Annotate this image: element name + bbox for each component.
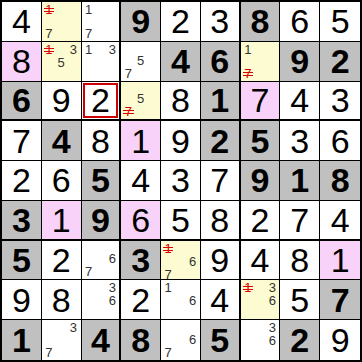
candidate-1-crossed-out: 1 — [43, 3, 55, 16]
candidate-slot-empty — [67, 346, 79, 359]
given-digit: 4 — [91, 323, 110, 357]
solved-digit: 5 — [331, 4, 350, 38]
given-digit: 8 — [131, 323, 150, 357]
cell-r4c3[interactable]: 8 — [82, 121, 122, 161]
solved-digit: 4 — [251, 243, 270, 277]
cell-r4c4[interactable]: 1 — [121, 121, 161, 161]
solved-digit: 3 — [331, 83, 350, 117]
candidate-slot-empty — [254, 67, 266, 80]
candidate-grid: 67 — [162, 321, 199, 359]
solved-digit: 4 — [331, 203, 350, 237]
given-digit: 6 — [210, 44, 229, 78]
candidate-slot-empty — [94, 265, 106, 278]
candidate-slot-empty — [106, 265, 118, 278]
candidate-grid: 17 — [242, 43, 279, 80]
solved-digit: 2 — [171, 4, 190, 38]
cell-r8c8[interactable]: 5 — [280, 280, 320, 320]
candidate-slot-empty — [67, 27, 79, 40]
candidate-slot-empty — [135, 67, 147, 80]
cell-r9c3[interactable]: 4 — [82, 320, 122, 360]
solved-digit: 3 — [171, 163, 190, 197]
candidate-6: 6 — [266, 294, 278, 307]
candidate-6: 6 — [187, 294, 199, 307]
solved-digit: 1 — [331, 243, 350, 277]
cell-r6c2[interactable]: 1 — [42, 201, 82, 241]
cell-r2c7[interactable]: 17 — [241, 42, 281, 82]
candidate-slot-empty — [43, 69, 55, 80]
cell-r1c3[interactable]: 17 — [82, 2, 122, 42]
cell-r6c5[interactable]: 5 — [161, 201, 201, 241]
given-digit: 3 — [12, 203, 31, 237]
solved-digit: 2 — [52, 243, 71, 277]
given-digit: 4 — [171, 44, 190, 78]
solved-digit: 9 — [171, 124, 190, 158]
solved-digit: 6 — [52, 163, 71, 197]
candidate-slot-empty — [187, 307, 199, 318]
candidate-5: 5 — [135, 54, 147, 67]
cell-r9c9[interactable]: 9 — [320, 320, 360, 360]
cell-r4c5[interactable]: 9 — [161, 121, 201, 161]
candidate-slot-empty — [55, 346, 67, 359]
solved-digit: 5 — [290, 283, 309, 317]
candidate-slot-empty — [174, 294, 186, 307]
cell-r6c4[interactable]: 6 — [121, 201, 161, 241]
cell-r5c3[interactable]: 5 — [82, 161, 122, 201]
solved-digit: 1 — [52, 203, 71, 237]
solved-digit: 6 — [331, 124, 350, 158]
cell-r3c9[interactable]: 3 — [320, 82, 360, 122]
candidate-slot-empty — [242, 321, 254, 334]
cell-r2c8[interactable]: 9 — [280, 42, 320, 82]
sudoku-board: 4171792386581351357461792692578174374819… — [0, 0, 362, 362]
cell-r2c9[interactable]: 2 — [320, 42, 360, 82]
candidate-slot-empty — [83, 307, 95, 318]
candidate-grid: 57 — [122, 43, 159, 80]
solved-digit: 4 — [12, 4, 31, 38]
cell-r6c6[interactable]: 8 — [201, 201, 241, 241]
cell-r8c9[interactable]: 7 — [320, 280, 360, 320]
candidate-slot-empty — [266, 307, 278, 318]
cell-r4c8[interactable]: 3 — [280, 121, 320, 161]
candidate-grid: 37 — [43, 321, 80, 359]
candidate-slot-empty — [43, 56, 55, 69]
candidate-6: 6 — [106, 294, 118, 307]
candidate-7: 7 — [43, 346, 55, 359]
candidate-slot-empty — [254, 347, 266, 359]
candidate-slot-empty — [94, 307, 106, 318]
cell-r7c1[interactable]: 5 — [2, 241, 42, 281]
candidate-slot-empty — [147, 67, 159, 80]
candidate-7: 7 — [122, 67, 134, 80]
candidate-7-crossed-out: 7 — [122, 105, 134, 118]
candidate-slot-empty — [106, 307, 118, 318]
candidate-slot-empty — [43, 321, 55, 334]
cell-r6c7[interactable]: 2 — [241, 201, 281, 241]
candidate-7: 7 — [43, 27, 55, 40]
given-digit: 7 — [331, 283, 350, 317]
cell-r8c1[interactable]: 9 — [2, 280, 42, 320]
cell-r3c6[interactable]: 1 — [201, 82, 241, 122]
candidate-slot-empty — [242, 56, 254, 67]
cell-r6c3[interactable]: 9 — [82, 201, 122, 241]
cell-r4c1[interactable]: 7 — [2, 121, 42, 161]
cell-r6c1[interactable]: 3 — [2, 201, 42, 241]
solved-digit: 4 — [131, 163, 150, 197]
candidate-slot-empty — [266, 67, 278, 80]
candidate-slot-empty — [174, 268, 186, 281]
solved-digit: 9 — [52, 83, 71, 117]
given-digit: 5 — [210, 323, 229, 357]
cell-r3c5[interactable]: 8 — [161, 82, 201, 122]
candidate-slot-empty — [55, 16, 67, 27]
given-digit: 2 — [290, 323, 309, 357]
cell-r1c1[interactable]: 4 — [2, 2, 42, 42]
cell-r7c7[interactable]: 4 — [241, 241, 281, 281]
candidate-6: 6 — [187, 333, 199, 346]
cell-r1c7[interactable]: 8 — [241, 2, 281, 42]
candidate-slot-empty — [162, 307, 174, 318]
candidate-slot-empty — [147, 105, 159, 118]
solved-digit: 3 — [210, 4, 229, 38]
given-digit: 8 — [251, 4, 270, 38]
candidate-slot-empty — [55, 321, 67, 334]
given-digit: 1 — [210, 83, 229, 117]
cell-r4c9[interactable]: 6 — [320, 121, 360, 161]
candidate-slot-empty — [147, 54, 159, 67]
cell-r3c8[interactable]: 4 — [280, 82, 320, 122]
cell-r3c2[interactable]: 9 — [42, 82, 82, 122]
candidate-slot-empty — [94, 242, 106, 253]
given-digit: 3 — [131, 243, 150, 277]
candidate-1-crossed-out: 1 — [242, 281, 254, 294]
solved-digit: 4 — [290, 83, 309, 117]
candidate-slot-empty — [174, 242, 186, 255]
candidate-slot-empty — [67, 3, 79, 16]
cell-r2c5[interactable]: 4 — [161, 42, 201, 82]
candidate-slot-empty — [266, 56, 278, 67]
solved-digit: 6 — [131, 203, 150, 237]
cell-r2c4[interactable]: 57 — [121, 42, 161, 82]
cell-r8c2[interactable]: 8 — [42, 280, 82, 320]
cell-r1c6[interactable]: 3 — [201, 2, 241, 42]
candidate-slot-empty — [187, 268, 199, 281]
candidate-slot-empty — [55, 69, 67, 80]
candidate-slot-empty — [162, 294, 174, 307]
candidate-grid: 136 — [242, 281, 279, 318]
candidate-grid: 16 — [162, 281, 199, 318]
candidate-slot-empty — [55, 3, 67, 16]
candidate-slot-empty — [242, 307, 254, 318]
given-digit: 9 — [251, 163, 270, 197]
given-digit: 8 — [331, 163, 350, 197]
candidate-slot-empty — [83, 68, 95, 80]
solved-digit: 6 — [290, 4, 309, 38]
solved-digit: 7 — [251, 83, 270, 117]
candidate-slot-empty — [94, 27, 106, 40]
candidate-1: 1 — [83, 43, 95, 56]
candidate-slot-empty — [254, 334, 266, 347]
given-digit: 9 — [91, 203, 110, 237]
cell-r3c3[interactable]: 2 — [82, 82, 122, 122]
candidate-slot-empty — [67, 334, 79, 346]
given-digit: 1 — [12, 323, 31, 357]
solved-digit: 7 — [12, 124, 31, 158]
candidate-slot-empty — [55, 27, 67, 40]
cell-r1c4[interactable]: 9 — [121, 2, 161, 42]
candidate-slot-empty — [83, 281, 95, 294]
given-digit: 5 — [251, 124, 270, 158]
cell-r8c4[interactable]: 2 — [121, 280, 161, 320]
candidate-grid: 36 — [242, 321, 279, 359]
solved-digit: 8 — [210, 203, 229, 237]
candidate-slot-empty — [254, 294, 266, 307]
candidate-6: 6 — [106, 252, 118, 265]
cell-r4c7[interactable]: 5 — [241, 121, 281, 161]
cell-r1c5[interactable]: 2 — [161, 2, 201, 42]
candidate-5: 5 — [135, 92, 147, 105]
candidate-slot-empty — [135, 43, 147, 54]
candidate-slot-empty — [187, 346, 199, 359]
cell-r3c1[interactable]: 6 — [2, 82, 42, 122]
candidate-grid: 36 — [83, 281, 119, 318]
candidate-slot-empty — [147, 83, 159, 93]
candidate-grid: 167 — [162, 242, 199, 279]
candidate-slot-empty — [94, 252, 106, 265]
candidate-6: 6 — [187, 255, 199, 268]
cell-r7c9[interactable]: 1 — [320, 241, 360, 281]
candidate-slot-empty — [94, 43, 106, 56]
cell-r3c7[interactable]: 7 — [241, 82, 281, 122]
solved-digit: 3 — [290, 124, 309, 158]
candidate-slot-empty — [106, 56, 118, 68]
candidate-slot-empty — [174, 333, 186, 346]
cell-r5c5[interactable]: 3 — [161, 161, 201, 201]
solved-digit: 8 — [171, 83, 190, 117]
cell-r6c9[interactable]: 4 — [320, 201, 360, 241]
cell-r1c8[interactable]: 6 — [280, 2, 320, 42]
cell-r4c6[interactable]: 2 — [201, 121, 241, 161]
solved-digit: 8 — [91, 124, 110, 158]
solved-digit: 1 — [131, 124, 150, 158]
candidate-slot-empty — [254, 281, 266, 294]
solved-digit: 9 — [331, 323, 350, 357]
cell-r7c2[interactable]: 2 — [42, 241, 82, 281]
cell-r5c4[interactable]: 4 — [121, 161, 161, 201]
candidate-slot-empty — [135, 105, 147, 118]
given-digit: 1 — [290, 163, 309, 197]
candidate-3: 3 — [67, 43, 79, 56]
candidate-slot-empty — [94, 16, 106, 27]
cell-r9c5[interactable]: 67 — [161, 320, 201, 360]
candidate-7: 7 — [83, 265, 95, 278]
candidate-3: 3 — [67, 321, 79, 334]
cell-r1c9[interactable]: 5 — [320, 2, 360, 42]
solved-digit: 7 — [210, 163, 229, 197]
candidate-slot-empty — [242, 347, 254, 359]
candidate-slot-empty — [266, 43, 278, 56]
candidate-slot-empty — [122, 83, 134, 93]
candidate-grid: 17 — [83, 3, 119, 40]
candidate-slot-empty — [254, 56, 266, 67]
cell-r3c4[interactable]: 57 — [121, 82, 161, 122]
solved-digit: 4 — [210, 283, 229, 317]
candidate-slot-empty — [266, 347, 278, 359]
cell-r2c3[interactable]: 13 — [82, 42, 122, 82]
cell-r9c6[interactable]: 5 — [201, 320, 241, 360]
cell-r2c6[interactable]: 6 — [201, 42, 241, 82]
candidate-slot-empty — [94, 68, 106, 80]
given-digit: 2 — [331, 44, 350, 78]
candidate-5: 5 — [55, 56, 67, 69]
candidate-7-crossed-out: 7 — [242, 67, 254, 80]
candidate-slot-empty — [242, 294, 254, 307]
candidate-7: 7 — [162, 346, 174, 359]
candidate-slot-empty — [174, 321, 186, 333]
candidate-7: 7 — [83, 27, 95, 40]
solved-digit: 9 — [12, 283, 31, 317]
candidate-slot-empty — [94, 3, 106, 16]
candidate-slot-empty — [174, 346, 186, 359]
candidate-slot-empty — [174, 281, 186, 294]
candidate-slot-empty — [67, 16, 79, 27]
cell-r5c6[interactable]: 7 — [201, 161, 241, 201]
cell-r8c5[interactable]: 16 — [161, 280, 201, 320]
cell-r2c2[interactable]: 135 — [42, 42, 82, 82]
given-digit: 5 — [12, 243, 31, 277]
candidate-grid: 135 — [43, 43, 80, 80]
candidate-1: 1 — [162, 281, 174, 294]
candidate-slot-empty — [254, 321, 266, 334]
candidate-slot-empty — [55, 43, 67, 56]
solved-digit: 2 — [131, 283, 150, 317]
candidate-slot-empty — [147, 92, 159, 105]
cell-r9c2[interactable]: 37 — [42, 320, 82, 360]
given-digit: 9 — [290, 44, 309, 78]
solved-digit: 2 — [251, 203, 270, 237]
cell-r1c2[interactable]: 17 — [42, 2, 82, 42]
cell-r7c8[interactable]: 8 — [280, 241, 320, 281]
cell-r5c7[interactable]: 9 — [241, 161, 281, 201]
candidate-slot-empty — [67, 56, 79, 69]
candidate-slot-empty — [147, 43, 159, 54]
candidate-slot-empty — [162, 255, 174, 268]
solved-digit: 8 — [290, 243, 309, 277]
cell-r9c7[interactable]: 36 — [241, 320, 281, 360]
candidate-slot-empty — [83, 242, 95, 253]
candidate-slot-empty — [94, 281, 106, 294]
candidate-slot-empty — [94, 56, 106, 68]
solved-digit: 7 — [290, 203, 309, 237]
candidate-slot-empty — [106, 68, 118, 80]
cell-r8c3[interactable]: 36 — [82, 280, 122, 320]
candidate-grid: 67 — [83, 242, 119, 279]
candidate-1: 1 — [83, 3, 95, 16]
solved-digit: 2 — [91, 83, 110, 117]
cell-r7c3[interactable]: 67 — [82, 241, 122, 281]
given-digit: 5 — [91, 163, 110, 197]
candidate-slot-empty — [55, 334, 67, 346]
candidate-1-crossed-out: 1 — [162, 242, 174, 255]
given-digit: 4 — [52, 124, 71, 158]
given-digit: 6 — [12, 83, 31, 117]
candidate-slot-empty — [67, 69, 79, 80]
candidate-slot-empty — [242, 334, 254, 347]
candidate-slot-empty — [106, 27, 118, 40]
cell-r7c6[interactable]: 9 — [201, 241, 241, 281]
solved-digit: 2 — [12, 163, 31, 197]
candidate-slot-empty — [187, 242, 199, 255]
candidate-3: 3 — [106, 43, 118, 56]
cell-r5c1[interactable]: 2 — [2, 161, 42, 201]
cell-r7c4[interactable]: 3 — [121, 241, 161, 281]
cell-r2c1[interactable]: 8 — [2, 42, 42, 82]
solved-digit: 8 — [12, 44, 31, 78]
candidate-grid: 13 — [83, 43, 119, 80]
candidate-slot-empty — [106, 16, 118, 27]
given-digit: 2 — [210, 124, 229, 158]
candidate-slot-empty — [106, 3, 118, 16]
candidate-slot-empty — [162, 321, 174, 333]
cell-r8c7[interactable]: 136 — [241, 280, 281, 320]
candidate-slot-empty — [83, 294, 95, 307]
candidate-slot-empty — [83, 56, 95, 68]
candidate-slot-empty — [174, 255, 186, 268]
solved-digit: 8 — [52, 283, 71, 317]
candidate-slot-empty — [174, 307, 186, 318]
candidate-slot-empty — [254, 307, 266, 318]
cell-r9c4[interactable]: 8 — [121, 320, 161, 360]
candidate-grid: 17 — [43, 3, 80, 40]
candidate-7: 7 — [162, 268, 174, 281]
cell-r5c8[interactable]: 1 — [280, 161, 320, 201]
cell-r6c8[interactable]: 7 — [280, 201, 320, 241]
cell-r5c9[interactable]: 8 — [320, 161, 360, 201]
cell-r8c6[interactable]: 4 — [201, 280, 241, 320]
candidate-grid: 57 — [122, 83, 159, 119]
candidate-1: 1 — [242, 43, 254, 56]
given-digit: 9 — [131, 4, 150, 38]
cell-r9c1[interactable]: 1 — [2, 320, 42, 360]
candidate-slot-empty — [122, 43, 134, 54]
candidate-6: 6 — [266, 334, 278, 347]
cell-r4c2[interactable]: 4 — [42, 121, 82, 161]
candidate-slot-empty — [122, 54, 134, 67]
candidate-1-crossed-out: 1 — [43, 43, 55, 56]
solved-digit: 5 — [171, 203, 190, 237]
cell-r5c2[interactable]: 6 — [42, 161, 82, 201]
solved-digit: 9 — [210, 243, 229, 277]
candidate-slot-empty — [94, 294, 106, 307]
cell-r7c5[interactable]: 167 — [161, 241, 201, 281]
candidate-slot-empty — [254, 43, 266, 56]
cell-r9c8[interactable]: 2 — [280, 320, 320, 360]
